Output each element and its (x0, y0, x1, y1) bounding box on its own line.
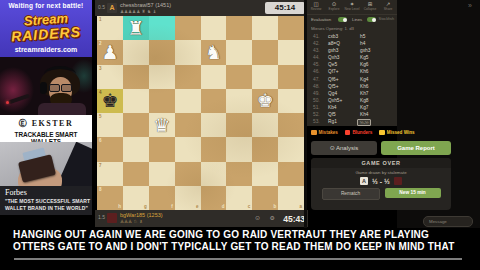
black-move[interactable]: Kg4 (360, 76, 369, 83)
black-move[interactable]: Kh6 (360, 68, 369, 75)
engine-toggle-row: Evaluation Lines Stockfish (307, 15, 397, 24)
square-b6[interactable] (252, 137, 278, 161)
square-d8[interactable]: d (201, 186, 227, 210)
file-label: a (299, 204, 302, 209)
file-label: b (273, 204, 276, 209)
bottom-player-name[interactable]: bgWar185 (1253) (120, 212, 163, 218)
white-move[interactable]: Qe5 (328, 61, 337, 68)
square-g3[interactable] (123, 65, 149, 89)
rank-label: 5 (99, 114, 102, 119)
square-g7[interactable] (123, 162, 149, 186)
move-number: 49. (313, 90, 320, 97)
stream-raiders-banner: Waiting for next battle! Stream RAIDERS … (0, 0, 92, 57)
game-over-reason: Game drawn by stalemate (311, 170, 451, 175)
move-number: 41. (313, 33, 320, 40)
bottom-player-bar: 1.5 bgWar185 (1253) ♙♙♙ ♘ ♗ ⊙ ⚙ 45:43 (95, 210, 308, 227)
move-number: 48. (313, 83, 320, 90)
rank-label: 3 (99, 66, 102, 71)
move-number: 44. (313, 54, 320, 61)
caption-line-2: OTTERS GATE TO AND I DON'T TYPICALLY GET… (13, 241, 454, 252)
square-c2[interactable] (226, 40, 252, 64)
square-g8[interactable]: g (123, 186, 149, 210)
square-a8[interactable]: a (278, 186, 304, 210)
forbes-logo: Forbes (5, 188, 92, 197)
tab-label: Share (379, 8, 397, 12)
square-a6[interactable] (278, 137, 304, 161)
collapse-panel-icon[interactable]: » (468, 2, 472, 9)
square-h6[interactable]: 6 (97, 137, 123, 161)
square-d1[interactable] (201, 16, 227, 40)
tab-label: Collapse (361, 8, 379, 12)
move-row: 50.Qxh5+Kg8 (307, 97, 397, 104)
white-move[interactable]: Qf6+ (328, 76, 339, 83)
video-progress-line[interactable] (14, 258, 462, 260)
square-c7[interactable] (226, 162, 252, 186)
black-move[interactable]: Kg6 (360, 61, 369, 68)
move-list: 41.cxb3h542.a8=Qh443.gxh3gxh344.Qxh3Kg54… (307, 33, 397, 125)
square-d5[interactable] (201, 113, 227, 137)
move-number: 50. (313, 97, 320, 104)
square-e1[interactable] (175, 16, 201, 40)
white-move[interactable]: Kb4 (328, 104, 337, 111)
streamer-webcam (0, 57, 92, 115)
tab-label: Explore (325, 8, 343, 12)
move-row: 45.Qe5Kg6 (307, 61, 397, 68)
move-row: 49.Qg4Kh7 (307, 90, 397, 97)
bottom-player-avatar (107, 213, 117, 223)
move-row: 51.Kb4Kg7 (307, 104, 397, 111)
move-row: 44.Qxh3Kg5 (307, 54, 397, 61)
stream-screenshot: Waiting for next battle! Stream RAIDERS … (0, 0, 480, 270)
game-over-card: GAME OVER Game drawn by stalemate A ½ - … (311, 158, 451, 210)
square-c5[interactable] (226, 113, 252, 137)
black-move[interactable]: Kg7 (360, 104, 369, 111)
summary-missed-wins[interactable]: Missed Wins (379, 130, 414, 136)
black-move[interactable]: h5 (360, 33, 365, 40)
square-h4[interactable]: ♚4 (97, 89, 123, 113)
top-player-name[interactable]: chessbrawl57 (1451) (120, 2, 171, 8)
square-f2[interactable] (149, 40, 175, 64)
rank-label: 1 (99, 17, 102, 22)
result-chip[interactable]: ½-½ (357, 119, 371, 126)
square-b3[interactable] (252, 65, 278, 89)
file-label: h (118, 204, 121, 209)
square-g5[interactable] (123, 113, 149, 137)
black-king[interactable]: ♚ (101, 91, 118, 110)
move-number: 52. (313, 111, 320, 118)
summary-label: Mistakes (319, 130, 338, 135)
final-score: ½ - ½ (372, 178, 390, 185)
white-queen[interactable]: ♛ (153, 115, 170, 134)
black-move[interactable]: gxh3 (360, 47, 370, 54)
streamer-shoulders (38, 103, 86, 115)
white-player-avatar: A (360, 177, 368, 185)
move-row: 43.gxh3gxh3 (307, 47, 397, 54)
bottom-player-captured-pieces: ♙♙♙ ♘ ♗ (120, 219, 143, 224)
tab-label: Review (307, 8, 325, 12)
speaker-icon[interactable]: ⊙ (255, 215, 260, 221)
square-c8[interactable]: c (226, 186, 252, 210)
white-knight[interactable]: ♞ (205, 42, 222, 61)
square-c6[interactable] (226, 137, 252, 161)
evaluation-toggle-label: Evaluation (311, 17, 331, 22)
square-b5[interactable] (252, 113, 278, 137)
square-h8[interactable]: 8h (97, 186, 123, 210)
square-h1[interactable]: 1 (97, 16, 123, 40)
square-e3[interactable] (175, 65, 201, 89)
rematch-button[interactable]: Rematch (322, 188, 380, 200)
square-f5[interactable]: ♛ (149, 113, 175, 137)
square-g2[interactable] (123, 40, 149, 64)
game-report-button[interactable]: Game Report (381, 141, 451, 155)
board: 1♜♟2♞3♚4♚5♛678hgfedcba (97, 16, 304, 210)
move-row: 53.Rg1½-½ (307, 118, 397, 125)
white-move[interactable]: Rg1 (328, 118, 337, 125)
square-f7[interactable] (149, 162, 175, 186)
move-row: 42.a8=Qh4 (307, 40, 397, 47)
square-c4[interactable] (226, 89, 252, 113)
square-e4[interactable] (175, 89, 201, 113)
glasses-left-lens (49, 84, 60, 92)
mistake-summary-row: MistakesBlundersMissed Wins (311, 128, 461, 137)
rank-label: 2 (99, 41, 102, 46)
rank-label: 6 (99, 138, 102, 143)
square-a7[interactable] (278, 162, 304, 186)
summary-label: Blunders (352, 130, 372, 135)
white-move[interactable]: Qxh3 (328, 54, 339, 61)
red-led (6, 101, 9, 104)
top-player-bar: 0.5 A chessbrawl57 (1451) ♟♟♟♟♟ ♜ ♞ ♝ 45… (95, 0, 308, 16)
ekster-logo: Ⓔ EKSTER (0, 118, 92, 129)
move-row: 48.Qf5+Kh6 (307, 83, 397, 90)
square-f8[interactable]: f (149, 186, 175, 210)
lines-toggle[interactable] (367, 17, 376, 22)
square-g1[interactable]: ♜ (123, 16, 149, 40)
square-e5[interactable] (175, 113, 201, 137)
move-number: 43. (313, 47, 320, 54)
square-f4[interactable] (149, 89, 175, 113)
rank-label: 4 (99, 90, 102, 95)
square-f3[interactable] (149, 65, 175, 89)
white-move[interactable]: Qxh5+ (328, 97, 342, 104)
game-over-title: GAME OVER (311, 158, 451, 168)
square-c1[interactable] (226, 16, 252, 40)
white-move[interactable]: Qg4 (328, 90, 337, 97)
tab-label: New Level (343, 8, 361, 12)
move-number: 47. (313, 76, 320, 83)
square-d4[interactable] (201, 89, 227, 113)
white-move[interactable]: Qf5+ (328, 83, 339, 90)
square-a4[interactable] (278, 89, 304, 113)
tab-collapse[interactable]: ⊞Collapse (361, 1, 379, 14)
summary-label: Missed Wins (387, 130, 415, 135)
ad-quote: "THE MOST SUCCESSFUL SMART WALLET BRAND … (5, 198, 92, 211)
summary-mistakes[interactable]: Mistakes (311, 130, 338, 136)
tab-new-level[interactable]: ✦New Level (343, 1, 361, 14)
square-a5[interactable] (278, 113, 304, 137)
black-move[interactable]: Kh4 (360, 111, 369, 118)
bottom-player-score: 1.5 (98, 214, 105, 220)
square-h7[interactable]: 7 (97, 162, 123, 186)
black-move[interactable]: Kh7 (360, 90, 369, 97)
analysis-button[interactable]: ⊙ Analysis (311, 141, 377, 155)
ad-press-quote: Forbes "THE MOST SUCCESSFUL SMART WALLET… (0, 186, 92, 215)
opening-name: Mieses Opening: 1. d3 (311, 26, 395, 31)
file-label: c (248, 204, 251, 209)
tab-explore[interactable]: ⊙Explore (325, 1, 343, 14)
move-row: 46.Qf7+Kh6 (307, 68, 397, 75)
white-move[interactable]: cxb3 (328, 33, 338, 40)
square-a1[interactable] (278, 16, 304, 40)
square-d6[interactable] (201, 137, 227, 161)
square-a2[interactable] (278, 40, 304, 64)
square-h3[interactable]: 3 (97, 65, 123, 89)
top-player-score: 0.5 (98, 4, 105, 10)
rank-label: 8 (99, 187, 102, 192)
square-e6[interactable] (175, 137, 201, 161)
square-f6[interactable] (149, 137, 175, 161)
white-king[interactable]: ♚ (257, 91, 274, 110)
black-move[interactable]: Kg5 (360, 54, 369, 61)
move-row: 52.Qf5Kh4 (307, 111, 397, 118)
caption-line-1: HANGING OUT AGAIN WE ARE GOING TO GO RAI… (13, 229, 429, 240)
tab-share[interactable]: ↗Share (379, 1, 397, 14)
engine-name[interactable]: Stockfish (379, 17, 394, 21)
square-b8[interactable]: b (252, 186, 278, 210)
square-d7[interactable] (201, 162, 227, 186)
white-move[interactable]: Qf7+ (328, 68, 339, 75)
lines-toggle-label: Lines (352, 17, 362, 22)
move-row: 41.cxb3h5 (307, 33, 397, 40)
file-label: e (196, 204, 199, 209)
white-pawn[interactable]: ♟ (101, 42, 118, 61)
analysis-tabs: ◫Review⊙Explore✦New Level⊞Collapse↗Share (307, 1, 397, 15)
top-player-captured-pieces: ♟♟♟♟♟ ♜ ♞ ♝ (120, 9, 157, 14)
game-over-score-row: A ½ - ½ (311, 177, 451, 185)
evaluation-toggle[interactable] (338, 17, 347, 22)
white-move[interactable]: a8=Q (328, 40, 340, 47)
rank-label: 7 (99, 163, 102, 168)
file-label: f (171, 204, 173, 209)
square-a3[interactable] (278, 65, 304, 89)
black-move[interactable]: Kg8 (360, 97, 369, 104)
square-b7[interactable] (252, 162, 278, 186)
stream-raiders-url: streamraiders.com (0, 46, 92, 53)
move-number: 45. (313, 61, 320, 68)
white-rook[interactable]: ♜ (127, 18, 144, 37)
white-move[interactable]: Qf5 (328, 111, 336, 118)
banner-top-text: Waiting for next battle! (0, 2, 92, 9)
square-b1[interactable] (252, 16, 278, 40)
headphone-earcup (40, 82, 47, 94)
move-number: 42. (313, 40, 320, 47)
black-move[interactable]: Kh6 (360, 83, 369, 90)
file-label: g (144, 204, 147, 209)
square-h2[interactable]: ♟2 (97, 40, 123, 64)
summary-blunders[interactable]: Blunders (345, 130, 372, 136)
move-number: 53. (313, 118, 320, 125)
summary-color-icon (345, 130, 351, 136)
chat-message-input[interactable]: Message (423, 216, 473, 227)
square-d3[interactable] (201, 65, 227, 89)
square-c3[interactable] (226, 65, 252, 89)
black-player-avatar (394, 177, 402, 185)
glasses-right-lens (61, 84, 72, 92)
black-move[interactable]: h4 (360, 40, 365, 47)
square-e2[interactable] (175, 40, 201, 64)
square-g6[interactable] (123, 137, 149, 161)
summary-color-icon (379, 130, 385, 136)
purple-light-glow (0, 67, 34, 113)
square-e7[interactable] (175, 162, 201, 186)
square-f1[interactable] (149, 16, 175, 40)
file-label: d (222, 204, 225, 209)
white-move[interactable]: gxh3 (328, 47, 338, 54)
square-d2[interactable]: ♞ (201, 40, 227, 64)
tab-review[interactable]: ◫Review (307, 1, 325, 14)
square-g4[interactable] (123, 89, 149, 113)
move-number: 46. (313, 68, 320, 75)
square-h5[interactable]: 5 (97, 113, 123, 137)
square-b2[interactable] (252, 40, 278, 64)
bottom-player-clock: 45:43 (265, 213, 305, 225)
top-player-avatar: A (107, 3, 117, 13)
move-row: 47.Qf6+Kg4 (307, 76, 397, 83)
move-number: 51. (313, 104, 320, 111)
summary-color-icon (311, 130, 317, 136)
square-e8[interactable]: e (175, 186, 201, 210)
top-player-clock: 45:14 (265, 2, 305, 14)
new-game-button[interactable]: New 15 min (385, 188, 441, 198)
square-b4[interactable]: ♚ (252, 89, 278, 113)
